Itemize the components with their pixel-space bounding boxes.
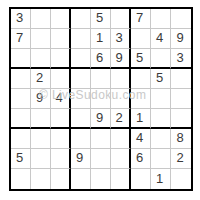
- cell-r8c1[interactable]: 5: [11, 149, 31, 169]
- given-digit: 1: [156, 172, 163, 185]
- cell-r4c2[interactable]: 2: [31, 69, 51, 89]
- cell-r1c7[interactable]: 7: [131, 9, 151, 29]
- cell-r5c8[interactable]: [151, 89, 171, 109]
- cell-r7c7[interactable]: 4: [131, 129, 151, 149]
- given-digit: 9: [115, 51, 122, 64]
- given-digit: 3: [16, 11, 23, 24]
- cell-r9c8[interactable]: 1: [151, 169, 171, 189]
- given-digit: 4: [55, 91, 62, 104]
- given-digit: 4: [156, 31, 163, 44]
- cell-r5c3[interactable]: 4: [51, 89, 71, 109]
- cell-r2c3[interactable]: [51, 29, 71, 49]
- cell-r7c8[interactable]: [151, 129, 171, 149]
- cell-r5c4[interactable]: [71, 89, 91, 109]
- given-digit: 5: [96, 11, 103, 24]
- cell-r3c4[interactable]: [71, 49, 91, 69]
- cell-r8c3[interactable]: [51, 149, 71, 169]
- cell-r3c5[interactable]: 6: [91, 49, 111, 69]
- given-digit: 2: [176, 151, 183, 164]
- cell-r6c8[interactable]: [151, 109, 171, 129]
- cell-r4c8[interactable]: 5: [151, 69, 171, 89]
- given-digit: 2: [36, 71, 43, 84]
- cell-r4c7[interactable]: [131, 69, 151, 89]
- sudoku-board: 35771349695325949214859621: [9, 7, 193, 191]
- cell-r8c5[interactable]: [91, 149, 111, 169]
- cell-r3c1[interactable]: [11, 49, 31, 69]
- given-digit: 6: [136, 151, 143, 164]
- cell-r9c2[interactable]: [31, 169, 51, 189]
- cell-r7c2[interactable]: [31, 129, 51, 149]
- cell-r5c9[interactable]: [171, 89, 191, 109]
- cell-r1c2[interactable]: [31, 9, 51, 29]
- cell-r1c6[interactable]: [111, 9, 131, 29]
- cell-r2c4[interactable]: [71, 29, 91, 49]
- cell-r4c4[interactable]: [71, 69, 91, 89]
- cell-r1c1[interactable]: 3: [11, 9, 31, 29]
- cell-r1c5[interactable]: 5: [91, 9, 111, 29]
- cell-r8c2[interactable]: [31, 149, 51, 169]
- given-digit: 9: [176, 31, 183, 44]
- cell-r7c1[interactable]: [11, 129, 31, 149]
- cell-r6c1[interactable]: [11, 109, 31, 129]
- cell-r3c8[interactable]: [151, 49, 171, 69]
- cell-r4c3[interactable]: [51, 69, 71, 89]
- cell-r8c6[interactable]: [111, 149, 131, 169]
- cell-r2c1[interactable]: 7: [11, 29, 31, 49]
- given-digit: 4: [136, 131, 143, 144]
- given-digit: 3: [115, 31, 122, 44]
- cell-r5c2[interactable]: 9: [31, 89, 51, 109]
- given-digit: 9: [96, 111, 103, 124]
- cell-r2c9[interactable]: 9: [171, 29, 191, 49]
- cell-r5c6[interactable]: [111, 89, 131, 109]
- cell-r3c9[interactable]: 3: [171, 49, 191, 69]
- cell-r5c5[interactable]: [91, 89, 111, 109]
- given-digit: 6: [96, 51, 103, 64]
- cell-r9c9[interactable]: [171, 169, 191, 189]
- cell-r6c4[interactable]: [71, 109, 91, 129]
- cell-r4c1[interactable]: [11, 69, 31, 89]
- given-digit: 1: [136, 111, 143, 124]
- cell-r2c2[interactable]: [31, 29, 51, 49]
- cell-r6c9[interactable]: [171, 109, 191, 129]
- cell-r3c2[interactable]: [31, 49, 51, 69]
- cell-r8c7[interactable]: 6: [131, 149, 151, 169]
- cell-r9c3[interactable]: [51, 169, 71, 189]
- cell-r2c7[interactable]: [131, 29, 151, 49]
- cell-r9c7[interactable]: [131, 169, 151, 189]
- cell-r7c6[interactable]: [111, 129, 131, 149]
- cell-r9c5[interactable]: [91, 169, 111, 189]
- cell-r9c6[interactable]: [111, 169, 131, 189]
- sudoku-page: 35771349695325949214859621 © LiveSudoku.…: [0, 0, 200, 200]
- cell-r3c6[interactable]: 9: [111, 49, 131, 69]
- cell-r6c2[interactable]: [31, 109, 51, 129]
- cell-r4c5[interactable]: [91, 69, 111, 89]
- cell-r7c5[interactable]: [91, 129, 111, 149]
- given-digit: 5: [136, 51, 143, 64]
- given-digit: 7: [136, 11, 143, 24]
- cell-r4c9[interactable]: [171, 69, 191, 89]
- cell-r1c8[interactable]: [151, 9, 171, 29]
- cell-r6c7[interactable]: 1: [131, 109, 151, 129]
- cell-r2c8[interactable]: 4: [151, 29, 171, 49]
- given-digit: 9: [36, 91, 43, 104]
- cell-r5c1[interactable]: [11, 89, 31, 109]
- cell-r9c1[interactable]: [11, 169, 31, 189]
- cell-r6c6[interactable]: 2: [111, 109, 131, 129]
- cell-r8c9[interactable]: 2: [171, 149, 191, 169]
- cell-r4c6[interactable]: [111, 69, 131, 89]
- cell-r6c5[interactable]: 9: [91, 109, 111, 129]
- cell-r5c7[interactable]: [131, 89, 151, 109]
- given-digit: 3: [176, 51, 183, 64]
- cell-r7c9[interactable]: 8: [171, 129, 191, 149]
- given-digit: 5: [156, 71, 163, 84]
- cell-r8c8[interactable]: [151, 149, 171, 169]
- cell-r1c3[interactable]: [51, 9, 71, 29]
- cell-r1c9[interactable]: [171, 9, 191, 29]
- cell-r7c3[interactable]: [51, 129, 71, 149]
- cell-r6c3[interactable]: [51, 109, 71, 129]
- cell-r3c7[interactable]: 5: [131, 49, 151, 69]
- cell-r2c5[interactable]: 1: [91, 29, 111, 49]
- cell-r2c6[interactable]: 3: [111, 29, 131, 49]
- given-digit: 8: [176, 131, 183, 144]
- given-digit: 9: [76, 151, 83, 164]
- given-digit: 1: [96, 31, 103, 44]
- given-digit: 2: [115, 111, 122, 124]
- given-digit: 7: [16, 31, 23, 44]
- cell-r7c4[interactable]: [71, 129, 91, 149]
- cell-r3c3[interactable]: [51, 49, 71, 69]
- cell-r1c4[interactable]: [71, 9, 91, 29]
- cell-r9c4[interactable]: [71, 169, 91, 189]
- given-digit: 5: [16, 151, 23, 164]
- cell-r8c4[interactable]: 9: [71, 149, 91, 169]
